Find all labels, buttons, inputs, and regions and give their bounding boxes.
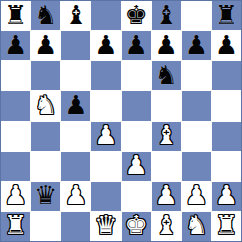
square-f7[interactable]: ♟: [152, 31, 181, 60]
square-c5[interactable]: ♟: [61, 91, 90, 120]
square-g3[interactable]: [182, 152, 211, 181]
square-h2[interactable]: ♟: [212, 182, 241, 211]
piece-black-queen[interactable]: ♛: [34, 182, 57, 208]
square-g7[interactable]: ♟: [182, 31, 211, 60]
square-b2[interactable]: ♛: [31, 182, 60, 211]
square-g1[interactable]: ♞: [182, 212, 211, 241]
square-c4[interactable]: [61, 122, 90, 151]
piece-black-bishop[interactable]: ♝: [64, 2, 87, 28]
piece-black-knight[interactable]: ♞: [155, 62, 178, 88]
square-g8[interactable]: [182, 1, 211, 30]
chess-board-container: ♜♞♝♚♝♜♟♟♟♟♟♟♟♞♞♟♟♝♟♟♛♟♟♟♟♜♛♚♝♞♜: [0, 0, 242, 242]
piece-white-pawn[interactable]: ♟: [215, 182, 238, 208]
square-c1[interactable]: [61, 212, 90, 241]
square-f4[interactable]: ♝: [152, 122, 181, 151]
square-e4[interactable]: [122, 122, 151, 151]
square-a3[interactable]: [1, 152, 30, 181]
piece-black-rook[interactable]: ♜: [215, 2, 238, 28]
piece-black-rook[interactable]: ♜: [4, 2, 27, 28]
square-h1[interactable]: ♜: [212, 212, 241, 241]
square-a7[interactable]: ♟: [1, 31, 30, 60]
square-c7[interactable]: [61, 31, 90, 60]
chess-board: ♜♞♝♚♝♜♟♟♟♟♟♟♟♞♞♟♟♝♟♟♛♟♟♟♟♜♛♚♝♞♜: [0, 0, 242, 242]
square-b6[interactable]: [31, 61, 60, 90]
square-a1[interactable]: ♜: [1, 212, 30, 241]
square-f6[interactable]: ♞: [152, 61, 181, 90]
piece-white-bishop[interactable]: ♝: [155, 212, 178, 238]
square-a6[interactable]: [1, 61, 30, 90]
square-h7[interactable]: ♟: [212, 31, 241, 60]
square-a8[interactable]: ♜: [1, 1, 30, 30]
piece-white-knight[interactable]: ♞: [34, 92, 57, 118]
square-e6[interactable]: [122, 61, 151, 90]
piece-black-pawn[interactable]: ♟: [215, 32, 238, 58]
square-b4[interactable]: [31, 122, 60, 151]
square-d7[interactable]: ♟: [91, 31, 120, 60]
piece-black-pawn[interactable]: ♟: [94, 32, 117, 58]
square-h5[interactable]: [212, 91, 241, 120]
piece-white-knight[interactable]: ♞: [185, 212, 208, 238]
square-e1[interactable]: ♚: [122, 212, 151, 241]
piece-white-pawn[interactable]: ♟: [94, 122, 117, 148]
square-e8[interactable]: ♚: [122, 1, 151, 30]
piece-white-pawn[interactable]: ♟: [4, 182, 27, 208]
square-f2[interactable]: ♟: [152, 182, 181, 211]
square-h6[interactable]: [212, 61, 241, 90]
square-b5[interactable]: ♞: [31, 91, 60, 120]
square-d3[interactable]: [91, 152, 120, 181]
square-h8[interactable]: ♜: [212, 1, 241, 30]
piece-black-pawn[interactable]: ♟: [124, 32, 147, 58]
piece-white-king[interactable]: ♚: [124, 212, 147, 238]
square-a4[interactable]: [1, 122, 30, 151]
square-b8[interactable]: ♞: [31, 1, 60, 30]
square-f1[interactable]: ♝: [152, 212, 181, 241]
piece-black-knight[interactable]: ♞: [34, 2, 57, 28]
piece-white-rook[interactable]: ♜: [4, 212, 27, 238]
piece-white-queen[interactable]: ♛: [94, 212, 117, 238]
square-e7[interactable]: ♟: [122, 31, 151, 60]
square-d4[interactable]: ♟: [91, 122, 120, 151]
square-c6[interactable]: [61, 61, 90, 90]
square-e2[interactable]: [122, 182, 151, 211]
square-a2[interactable]: ♟: [1, 182, 30, 211]
piece-white-pawn[interactable]: ♟: [64, 182, 87, 208]
square-c3[interactable]: [61, 152, 90, 181]
square-e3[interactable]: ♟: [122, 152, 151, 181]
square-d2[interactable]: [91, 182, 120, 211]
square-b3[interactable]: [31, 152, 60, 181]
square-h3[interactable]: [212, 152, 241, 181]
square-c8[interactable]: ♝: [61, 1, 90, 30]
square-c2[interactable]: ♟: [61, 182, 90, 211]
piece-white-pawn[interactable]: ♟: [155, 182, 178, 208]
piece-white-rook[interactable]: ♜: [215, 212, 238, 238]
square-g5[interactable]: [182, 91, 211, 120]
square-g4[interactable]: [182, 122, 211, 151]
square-f3[interactable]: [152, 152, 181, 181]
square-h4[interactable]: [212, 122, 241, 151]
square-a5[interactable]: [1, 91, 30, 120]
piece-black-pawn[interactable]: ♟: [34, 32, 57, 58]
piece-black-pawn[interactable]: ♟: [4, 32, 27, 58]
square-b7[interactable]: ♟: [31, 31, 60, 60]
square-g6[interactable]: [182, 61, 211, 90]
square-d5[interactable]: [91, 91, 120, 120]
square-d6[interactable]: [91, 61, 120, 90]
square-d8[interactable]: [91, 1, 120, 30]
piece-white-bishop[interactable]: ♝: [155, 122, 178, 148]
square-e5[interactable]: [122, 91, 151, 120]
piece-white-pawn[interactable]: ♟: [124, 152, 147, 178]
square-f5[interactable]: [152, 91, 181, 120]
piece-black-pawn[interactable]: ♟: [155, 32, 178, 58]
square-b1[interactable]: [31, 212, 60, 241]
piece-white-pawn[interactable]: ♟: [185, 182, 208, 208]
square-f8[interactable]: ♝: [152, 1, 181, 30]
piece-black-pawn[interactable]: ♟: [64, 92, 87, 118]
piece-black-pawn[interactable]: ♟: [185, 32, 208, 58]
square-g2[interactable]: ♟: [182, 182, 211, 211]
square-d1[interactable]: ♛: [91, 212, 120, 241]
piece-black-king[interactable]: ♚: [124, 2, 147, 28]
piece-black-bishop[interactable]: ♝: [155, 2, 178, 28]
